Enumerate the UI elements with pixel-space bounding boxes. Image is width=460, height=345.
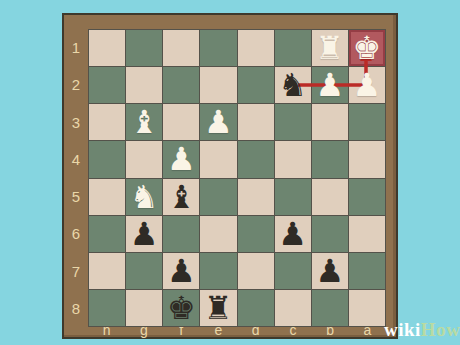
square-b1: ♜ [312, 30, 348, 66]
square-d5 [238, 179, 274, 215]
square-f2 [163, 67, 199, 103]
black-pawn: ♟ [315, 253, 344, 289]
square-b2: ♟ [312, 67, 348, 103]
rank-label-8: 8 [64, 290, 88, 327]
square-g4 [126, 141, 162, 177]
square-c3 [275, 104, 311, 140]
square-e3: ♟ [200, 104, 236, 140]
square-a7 [349, 253, 385, 289]
square-d7 [238, 253, 274, 289]
square-h1 [89, 30, 125, 66]
square-h7 [89, 253, 125, 289]
square-a5 [349, 179, 385, 215]
square-e1 [200, 30, 236, 66]
square-g1 [126, 30, 162, 66]
square-c7 [275, 253, 311, 289]
square-b8 [312, 290, 348, 326]
square-e5 [200, 179, 236, 215]
square-f3 [163, 104, 199, 140]
square-g6: ♟ [126, 216, 162, 252]
square-f6 [163, 216, 199, 252]
square-e7 [200, 253, 236, 289]
chess-board: 12345678 hgfedcba ♜♚♞♟♟♝♟♟♞♝♟♟♟♟♚♜ [62, 13, 398, 339]
square-g2 [126, 67, 162, 103]
square-e4 [200, 141, 236, 177]
square-g3: ♝ [126, 104, 162, 140]
rank-label-6: 6 [64, 215, 88, 252]
white-king: ♚ [353, 30, 382, 66]
square-d4 [238, 141, 274, 177]
square-d3 [238, 104, 274, 140]
square-h8 [89, 290, 125, 326]
black-rook: ♜ [204, 290, 233, 326]
square-f8: ♚ [163, 290, 199, 326]
white-pawn: ♟ [204, 104, 233, 140]
rank-label-5: 5 [64, 178, 88, 215]
square-a4 [349, 141, 385, 177]
square-f4: ♟ [163, 141, 199, 177]
wikihow-how-text: How [421, 319, 460, 340]
white-pawn: ♟ [167, 141, 196, 177]
square-g5: ♞ [126, 179, 162, 215]
square-c1 [275, 30, 311, 66]
square-a3 [349, 104, 385, 140]
square-c2: ♞ [275, 67, 311, 103]
rank-label-7: 7 [64, 253, 88, 290]
square-d2 [238, 67, 274, 103]
square-f7: ♟ [163, 253, 199, 289]
square-h6 [89, 216, 125, 252]
wikihow-watermark: wikiHow [384, 319, 460, 341]
square-g8 [126, 290, 162, 326]
square-h3 [89, 104, 125, 140]
square-b7: ♟ [312, 253, 348, 289]
square-b3 [312, 104, 348, 140]
square-a6 [349, 216, 385, 252]
square-e8: ♜ [200, 290, 236, 326]
square-e2 [200, 67, 236, 103]
square-f5: ♝ [163, 179, 199, 215]
square-c6: ♟ [275, 216, 311, 252]
rank-label-3: 3 [64, 104, 88, 141]
white-pawn: ♟ [353, 67, 382, 103]
square-f1 [163, 30, 199, 66]
square-d1 [238, 30, 274, 66]
white-knight: ♞ [130, 179, 159, 215]
rank-label-2: 2 [64, 66, 88, 103]
black-pawn: ♟ [130, 216, 159, 252]
rank-label-1: 1 [64, 29, 88, 66]
wikihow-chess-diagram: 12345678 hgfedcba ♜♚♞♟♟♝♟♟♞♝♟♟♟♟♚♜ wikiH… [0, 0, 460, 345]
square-c5 [275, 179, 311, 215]
square-c4 [275, 141, 311, 177]
board-squares: ♜♚♞♟♟♝♟♟♞♝♟♟♟♟♚♜ [88, 29, 386, 327]
square-h4 [89, 141, 125, 177]
square-d6 [238, 216, 274, 252]
square-d8 [238, 290, 274, 326]
square-h2 [89, 67, 125, 103]
square-b4 [312, 141, 348, 177]
black-king: ♚ [167, 290, 196, 326]
square-b5 [312, 179, 348, 215]
rank-label-4: 4 [64, 141, 88, 178]
white-rook: ♜ [315, 30, 344, 66]
square-a8 [349, 290, 385, 326]
square-g7 [126, 253, 162, 289]
square-c8 [275, 290, 311, 326]
square-b6 [312, 216, 348, 252]
rank-labels: 12345678 [64, 29, 88, 327]
square-e6 [200, 216, 236, 252]
black-pawn: ♟ [167, 253, 196, 289]
black-bishop: ♝ [167, 179, 196, 215]
square-a2: ♟ [349, 67, 385, 103]
wikihow-wiki-text: wiki [384, 319, 421, 340]
square-h5 [89, 179, 125, 215]
white-pawn: ♟ [315, 67, 344, 103]
square-a1: ♚ [349, 30, 385, 66]
black-pawn: ♟ [278, 216, 307, 252]
black-knight: ♞ [278, 67, 307, 103]
white-bishop: ♝ [130, 104, 159, 140]
